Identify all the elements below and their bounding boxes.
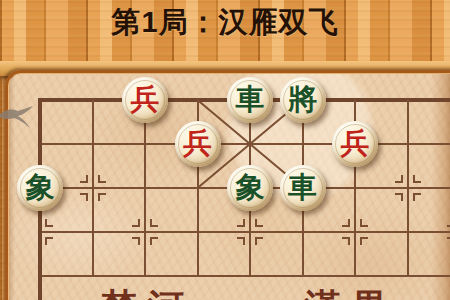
grid-line-rank bbox=[38, 275, 450, 277]
point-marker bbox=[243, 219, 245, 227]
piece-character: 將 bbox=[288, 85, 317, 114]
piece-character: 兵 bbox=[131, 85, 160, 114]
point-marker bbox=[86, 193, 88, 201]
piece-black-車-file5-rank2[interactable]: 車 bbox=[280, 165, 326, 211]
piece-black-象-file0-rank2[interactable]: 象 bbox=[17, 165, 63, 211]
point-marker bbox=[98, 175, 100, 183]
point-marker bbox=[348, 237, 350, 245]
point-marker bbox=[150, 237, 152, 245]
grid-line-file bbox=[92, 99, 94, 277]
point-marker bbox=[243, 237, 245, 245]
point-marker bbox=[98, 193, 100, 201]
app-screen: 第1局：汉雁双飞 兵車將兵兵象象車 楚河 漢界 bbox=[0, 0, 450, 300]
grid-line-rank bbox=[38, 143, 450, 145]
piece-character: 兵 bbox=[183, 129, 212, 158]
grid-line-file bbox=[144, 99, 146, 277]
point-marker bbox=[360, 237, 362, 245]
swallow-watermark-icon bbox=[0, 103, 35, 129]
piece-character: 車 bbox=[288, 173, 317, 202]
point-marker bbox=[401, 193, 403, 201]
river-label-chu: 楚河 bbox=[100, 283, 194, 300]
piece-black-象-file4-rank2[interactable]: 象 bbox=[227, 165, 273, 211]
point-marker bbox=[255, 219, 257, 227]
page-title: 第1局：汉雁双飞 bbox=[0, 3, 450, 43]
point-marker bbox=[255, 237, 257, 245]
piece-character: 象 bbox=[236, 173, 265, 202]
point-marker bbox=[401, 175, 403, 183]
grid-line-rank bbox=[38, 231, 450, 233]
piece-red-兵-file6-rank1[interactable]: 兵 bbox=[332, 121, 378, 167]
point-marker bbox=[138, 237, 140, 245]
point-marker bbox=[413, 175, 415, 183]
piece-character: 車 bbox=[236, 85, 265, 114]
point-marker bbox=[150, 219, 152, 227]
point-marker bbox=[348, 219, 350, 227]
piece-red-兵-file2-rank0[interactable]: 兵 bbox=[122, 77, 168, 123]
point-marker bbox=[45, 237, 47, 245]
point-marker bbox=[86, 175, 88, 183]
piece-red-兵-file3-rank1[interactable]: 兵 bbox=[175, 121, 221, 167]
piece-character: 兵 bbox=[341, 129, 370, 158]
piece-character: 象 bbox=[26, 173, 55, 202]
point-marker bbox=[138, 219, 140, 227]
point-marker bbox=[360, 219, 362, 227]
river-label-han: 漢界 bbox=[304, 283, 398, 300]
point-marker bbox=[413, 193, 415, 201]
piece-black-車-file4-rank0[interactable]: 車 bbox=[227, 77, 273, 123]
piece-black-將-file5-rank0[interactable]: 將 bbox=[280, 77, 326, 123]
point-marker bbox=[45, 219, 47, 227]
grid-line-file bbox=[407, 99, 409, 277]
